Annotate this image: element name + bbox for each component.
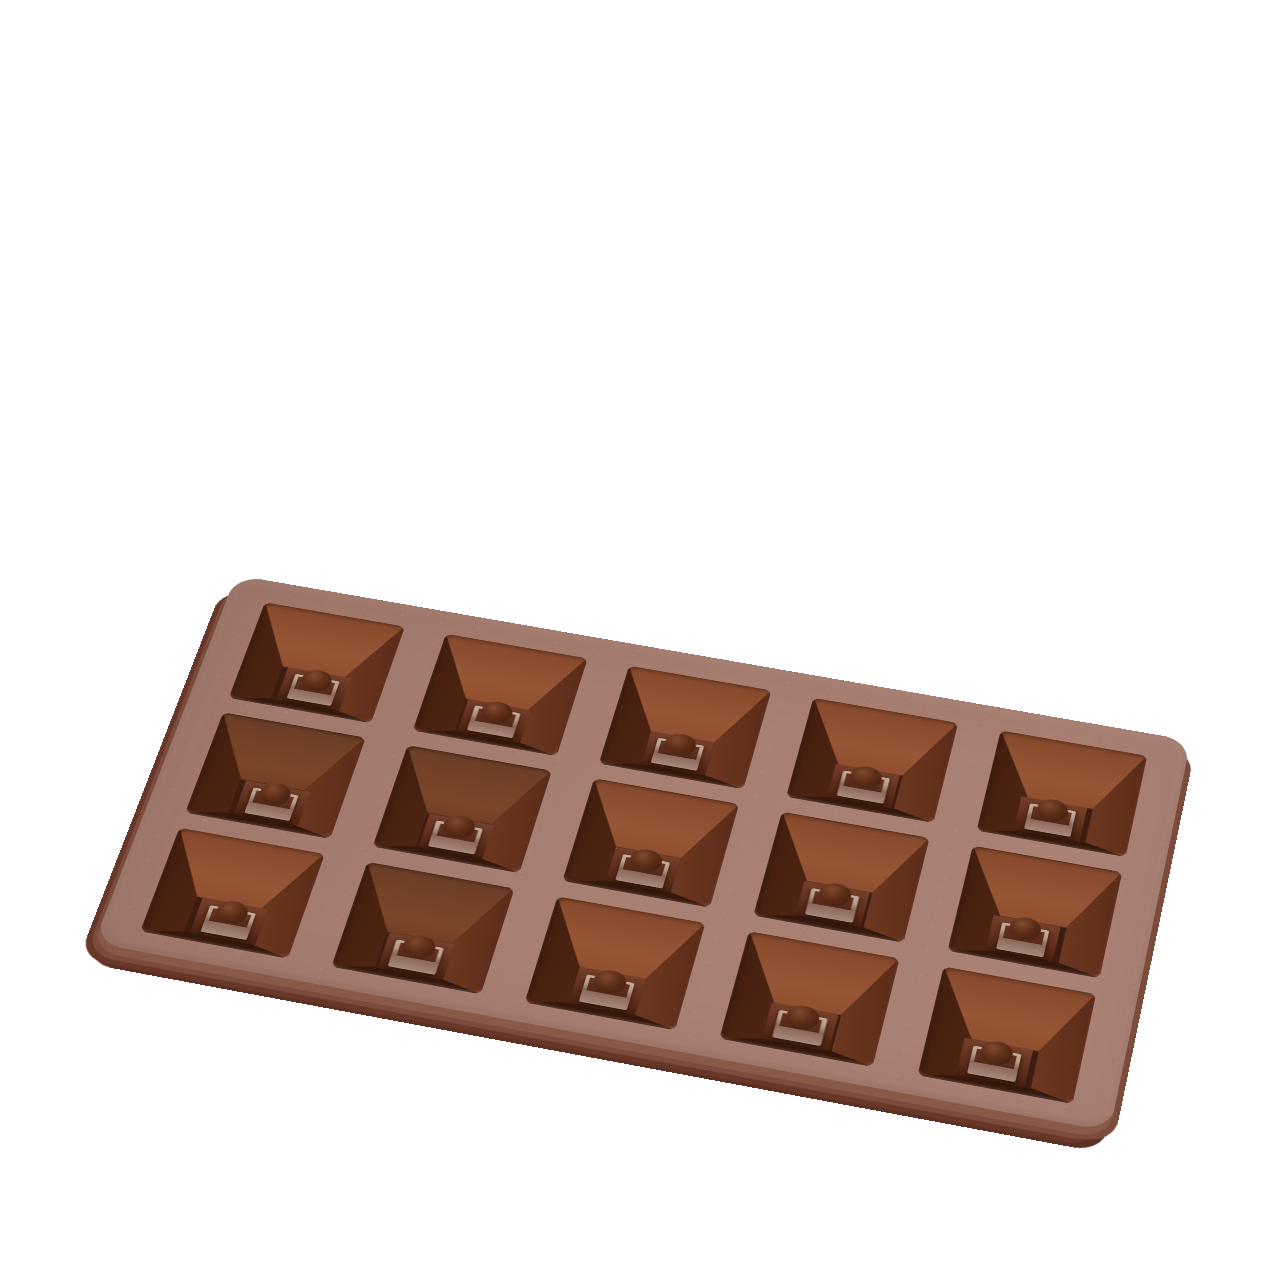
mold-cavity: [786, 698, 958, 823]
mold-cavity: [562, 779, 739, 908]
cavity-knob: [244, 787, 299, 821]
chocolate-mold-tray: [94, 575, 1191, 1131]
photo-background: [0, 0, 1280, 1280]
mold-cavity: [598, 666, 771, 790]
cavity-knob: [651, 738, 704, 771]
mold-cavity: [185, 713, 365, 839]
mold-cavity: [229, 602, 405, 723]
cavity-knob: [1024, 803, 1077, 837]
cavity-knob: [772, 1010, 827, 1046]
mold-cavity: [331, 861, 514, 994]
cavity-knob: [996, 922, 1050, 957]
cavity-knob: [428, 820, 483, 854]
cavity-knob: [579, 974, 635, 1010]
mold-cavity: [373, 745, 552, 872]
cavity-knob: [467, 706, 521, 739]
mold-cavity: [524, 896, 706, 1030]
cavity-knob: [388, 939, 444, 974]
cavity-knob: [805, 888, 859, 923]
mold-cavity: [948, 846, 1122, 978]
cavity-knob: [967, 1045, 1022, 1082]
cavity-knob: [286, 674, 340, 706]
mold-cavity: [754, 812, 930, 942]
mold-cavity: [412, 634, 587, 756]
cavity-knob: [616, 854, 670, 888]
mold-cavity: [720, 931, 900, 1067]
mold-cavity: [918, 966, 1097, 1104]
cavity-knob: [200, 905, 256, 940]
mold-cavity: [140, 827, 325, 958]
cavity-knob: [836, 771, 889, 804]
mold-cavity: [977, 730, 1148, 857]
